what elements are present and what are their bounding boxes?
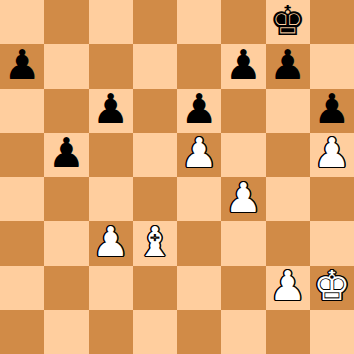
square-d3[interactable]: ♝ (133, 221, 177, 265)
black-pawn[interactable]: ♟ (269, 45, 306, 86)
square-a5[interactable] (0, 133, 44, 177)
square-e3[interactable] (177, 221, 221, 265)
black-pawn[interactable]: ♟ (92, 89, 129, 130)
square-g3[interactable] (266, 221, 310, 265)
square-f4[interactable]: ♟ (221, 177, 265, 221)
square-g1[interactable] (266, 310, 310, 354)
square-d8[interactable] (133, 0, 177, 44)
square-b4[interactable] (44, 177, 88, 221)
square-g8[interactable]: ♚ (266, 0, 310, 44)
square-b3[interactable] (44, 221, 88, 265)
square-d4[interactable] (133, 177, 177, 221)
square-b7[interactable] (44, 44, 88, 88)
square-h6[interactable]: ♟ (310, 89, 354, 133)
square-c7[interactable] (89, 44, 133, 88)
black-pawn[interactable]: ♟ (225, 45, 262, 86)
square-b6[interactable] (44, 89, 88, 133)
square-b2[interactable] (44, 266, 88, 310)
square-c6[interactable]: ♟ (89, 89, 133, 133)
square-f8[interactable] (221, 0, 265, 44)
chess-board: ♚♟♟♟♟♟♟♟♟♟♟♟♝♟♚ (0, 0, 354, 354)
square-b1[interactable] (44, 310, 88, 354)
square-h7[interactable] (310, 44, 354, 88)
square-g5[interactable] (266, 133, 310, 177)
square-d2[interactable] (133, 266, 177, 310)
square-e8[interactable] (177, 0, 221, 44)
square-e2[interactable] (177, 266, 221, 310)
square-g4[interactable] (266, 177, 310, 221)
square-e7[interactable] (177, 44, 221, 88)
square-e4[interactable] (177, 177, 221, 221)
square-c2[interactable] (89, 266, 133, 310)
square-a7[interactable]: ♟ (0, 44, 44, 88)
white-pawn[interactable]: ♟ (92, 222, 129, 263)
square-g7[interactable]: ♟ (266, 44, 310, 88)
black-pawn[interactable]: ♟ (4, 45, 41, 86)
square-f6[interactable] (221, 89, 265, 133)
square-d7[interactable] (133, 44, 177, 88)
square-a8[interactable] (0, 0, 44, 44)
square-a3[interactable] (0, 221, 44, 265)
square-g2[interactable]: ♟ (266, 266, 310, 310)
square-d6[interactable] (133, 89, 177, 133)
square-a6[interactable] (0, 89, 44, 133)
square-e1[interactable] (177, 310, 221, 354)
square-f2[interactable] (221, 266, 265, 310)
square-c4[interactable] (89, 177, 133, 221)
square-f5[interactable] (221, 133, 265, 177)
square-c5[interactable] (89, 133, 133, 177)
square-h3[interactable] (310, 221, 354, 265)
square-g6[interactable] (266, 89, 310, 133)
square-h5[interactable]: ♟ (310, 133, 354, 177)
square-a2[interactable] (0, 266, 44, 310)
white-bishop[interactable]: ♝ (136, 222, 173, 263)
square-h8[interactable] (310, 0, 354, 44)
white-pawn[interactable]: ♟ (269, 266, 306, 307)
square-e5[interactable]: ♟ (177, 133, 221, 177)
square-a1[interactable] (0, 310, 44, 354)
square-h4[interactable] (310, 177, 354, 221)
black-pawn[interactable]: ♟ (48, 133, 85, 174)
square-b5[interactable]: ♟ (44, 133, 88, 177)
black-pawn[interactable]: ♟ (313, 89, 350, 130)
square-d1[interactable] (133, 310, 177, 354)
white-king[interactable]: ♚ (313, 266, 350, 307)
square-h2[interactable]: ♚ (310, 266, 354, 310)
square-f3[interactable] (221, 221, 265, 265)
square-d5[interactable] (133, 133, 177, 177)
white-pawn[interactable]: ♟ (225, 178, 262, 219)
square-e6[interactable]: ♟ (177, 89, 221, 133)
black-pawn[interactable]: ♟ (181, 89, 218, 130)
square-h1[interactable] (310, 310, 354, 354)
white-pawn[interactable]: ♟ (181, 133, 218, 174)
square-f1[interactable] (221, 310, 265, 354)
square-f7[interactable]: ♟ (221, 44, 265, 88)
square-c1[interactable] (89, 310, 133, 354)
white-pawn[interactable]: ♟ (313, 133, 350, 174)
square-c3[interactable]: ♟ (89, 221, 133, 265)
square-b8[interactable] (44, 0, 88, 44)
black-king[interactable]: ♚ (269, 1, 306, 42)
square-c8[interactable] (89, 0, 133, 44)
square-a4[interactable] (0, 177, 44, 221)
